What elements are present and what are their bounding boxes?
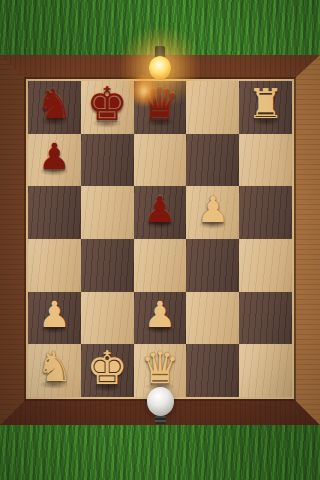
square-a1[interactable]: ♞ (28, 344, 81, 397)
square-b4[interactable] (81, 186, 134, 239)
red-knight[interactable]: ♞ (36, 84, 73, 125)
square-b5[interactable] (81, 134, 134, 187)
red-king[interactable]: ♚ (87, 81, 128, 127)
square-c5[interactable] (134, 134, 187, 187)
top-turn-indicator-bulb-lit (149, 56, 171, 80)
square-b6[interactable]: ♚ (81, 81, 134, 134)
square-a2[interactable]: ♟ (28, 292, 81, 345)
square-a4[interactable] (28, 186, 81, 239)
white-queen[interactable]: ♛ (140, 346, 179, 390)
candle-flame-highlight (130, 74, 158, 108)
bottom-turn-indicator-bulb-unlit (147, 387, 174, 416)
game-scene: ♞ ♚ ♛ ♜ ♟ ♟ ♟ (0, 0, 320, 480)
square-b1[interactable]: ♚ (81, 344, 134, 397)
square-e4[interactable] (239, 186, 292, 239)
square-c4[interactable]: ♟ (134, 186, 187, 239)
square-b2[interactable] (81, 292, 134, 345)
white-knight[interactable]: ♞ (36, 347, 73, 388)
square-e6[interactable]: ♜ (239, 81, 292, 134)
square-a3[interactable] (28, 239, 81, 292)
square-d1[interactable] (186, 344, 239, 397)
square-e3[interactable] (239, 239, 292, 292)
square-a5[interactable]: ♟ (28, 134, 81, 187)
square-a6[interactable]: ♞ (28, 81, 81, 134)
square-d2[interactable] (186, 292, 239, 345)
square-d5[interactable] (186, 134, 239, 187)
white-pawn[interactable]: ♟ (197, 192, 229, 228)
square-e1[interactable] (239, 344, 292, 397)
square-c2[interactable]: ♟ (134, 292, 187, 345)
white-king[interactable]: ♚ (87, 345, 128, 391)
red-pawn[interactable]: ♟ (144, 192, 176, 228)
chess-board: ♞ ♚ ♛ ♜ ♟ ♟ ♟ (28, 81, 292, 397)
white-pawn[interactable]: ♟ (144, 297, 176, 333)
square-e2[interactable] (239, 292, 292, 345)
square-e5[interactable] (239, 134, 292, 187)
white-pawn[interactable]: ♟ (38, 297, 70, 333)
square-d6[interactable] (186, 81, 239, 134)
square-d4[interactable]: ♟ (186, 186, 239, 239)
square-b3[interactable] (81, 239, 134, 292)
red-pawn[interactable]: ♟ (38, 139, 70, 175)
square-d3[interactable] (186, 239, 239, 292)
square-c3[interactable] (134, 239, 187, 292)
white-rook[interactable]: ♜ (247, 84, 284, 125)
